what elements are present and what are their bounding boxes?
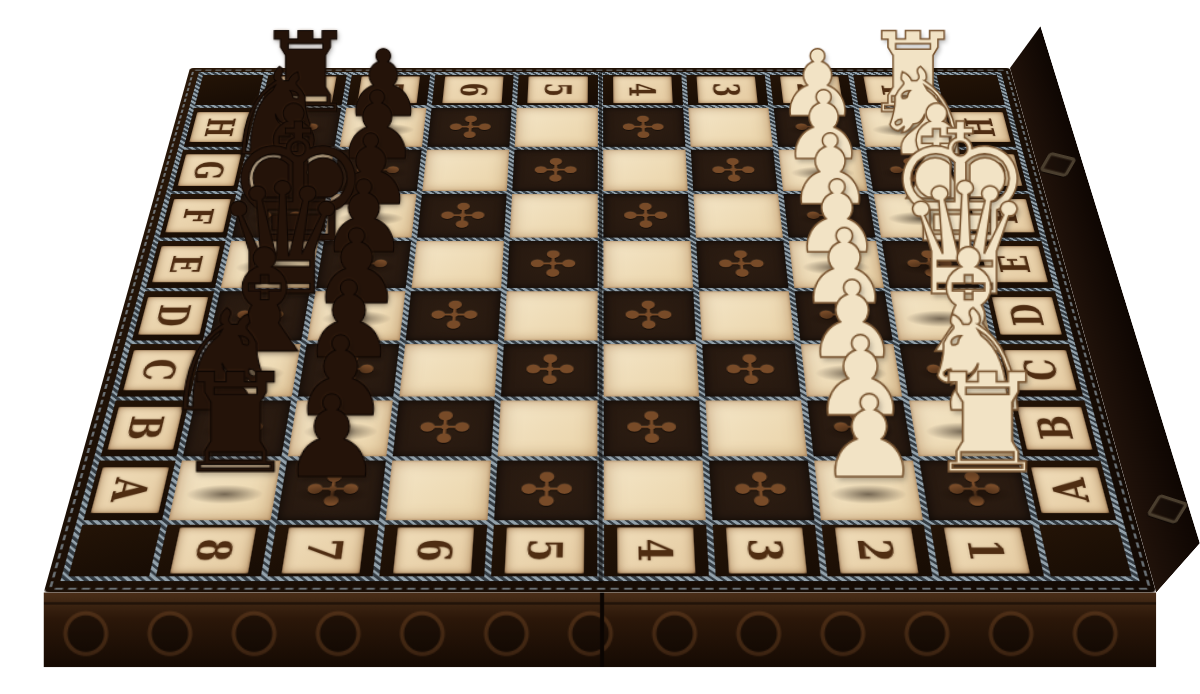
square-b5[interactable] <box>498 400 597 456</box>
square-d5[interactable] <box>504 291 597 340</box>
label-rank-3-bottom: 3 <box>712 525 820 577</box>
square-h4[interactable]: ✣ <box>603 108 685 147</box>
square-e6[interactable] <box>412 241 504 287</box>
label-cell: 1 <box>944 527 1030 573</box>
label-cell: 4 <box>613 76 673 103</box>
square-g3[interactable]: ✣ <box>690 150 777 191</box>
square-b6[interactable]: ✣ <box>393 400 495 456</box>
label-cell: 6 <box>443 76 504 103</box>
white-rook-a1[interactable]: ♜ <box>925 361 1026 498</box>
label-cell: 3 <box>696 76 757 103</box>
square-c5[interactable]: ✣ <box>501 344 597 396</box>
square-ornament-icon: ✣ <box>427 108 512 147</box>
label-rank-8-bottom: 8 <box>156 525 270 577</box>
square-f4[interactable]: ✣ <box>603 194 690 238</box>
white-pawn-a2[interactable]: ♟ <box>818 384 919 498</box>
label-rank-5-top: 5 <box>517 75 597 105</box>
label-rank-6-bottom: 6 <box>380 525 488 577</box>
label-rank-6-top: 6 <box>432 75 514 105</box>
label-cell: 3 <box>725 527 806 573</box>
square-g6[interactable] <box>423 150 510 191</box>
square-e3[interactable]: ✣ <box>696 241 788 287</box>
square-ornament-icon: ✣ <box>690 150 777 191</box>
square-a6[interactable] <box>386 460 492 520</box>
square-c6[interactable] <box>400 344 499 396</box>
square-d6[interactable]: ✣ <box>406 291 501 340</box>
label-rank-1-bottom: 1 <box>930 525 1044 577</box>
label-rank-5-bottom: 5 <box>492 525 597 577</box>
label-rank-3-top: 3 <box>686 75 768 105</box>
chess-board-scene: 87654321H✣✣✣✣HG✣✣✣✣GF✣✣✣✣FE✣✣✣✣ED✣✣✣✣DC✣… <box>0 0 1200 694</box>
label-cell: A <box>91 467 169 513</box>
square-ornament-icon: ✣ <box>603 194 690 238</box>
square-g5[interactable]: ✣ <box>513 150 598 191</box>
square-ornament-icon: ✣ <box>406 291 501 340</box>
square-h6[interactable]: ✣ <box>427 108 512 147</box>
square-h5[interactable] <box>515 108 597 147</box>
square-ornament-icon: ✣ <box>603 291 696 340</box>
square-e4[interactable] <box>603 241 693 287</box>
square-a4[interactable] <box>603 460 705 520</box>
square-ornament-icon: ✣ <box>696 241 788 287</box>
square-f3[interactable] <box>693 194 783 238</box>
label-cell: 5 <box>528 76 588 103</box>
label-cell: 4 <box>616 527 694 573</box>
square-ornament-icon: ✣ <box>708 460 814 520</box>
chess-board: 87654321H✣✣✣✣HG✣✣✣✣GF✣✣✣✣FE✣✣✣✣ED✣✣✣✣DC✣… <box>44 68 1156 593</box>
square-ornament-icon: ✣ <box>603 108 685 147</box>
label-rank-7-bottom: 7 <box>268 525 379 577</box>
square-b4[interactable]: ✣ <box>603 400 702 456</box>
label-cell: 2 <box>835 527 919 573</box>
black-rook-a8[interactable]: ♜ <box>174 361 275 498</box>
box-front-face <box>44 593 1156 668</box>
label-rank-4-bottom: 4 <box>603 525 708 577</box>
label-cell: 6 <box>393 527 474 573</box>
square-ornament-icon: ✣ <box>702 344 801 396</box>
box-hinge-seam <box>600 593 604 668</box>
square-ornament-icon: ✣ <box>501 344 597 396</box>
frame-corner <box>68 525 160 577</box>
label-rank-4-top: 4 <box>603 75 683 105</box>
square-ornament-icon: ✣ <box>507 241 597 287</box>
square-b3[interactable] <box>705 400 807 456</box>
square-c3[interactable]: ✣ <box>702 344 801 396</box>
label-cell: 8 <box>170 527 256 573</box>
square-e5[interactable]: ✣ <box>507 241 597 287</box>
fold-seam <box>598 71 602 583</box>
label-cell: 5 <box>505 527 583 573</box>
square-d4[interactable]: ✣ <box>603 291 696 340</box>
label-file-a-left: A <box>84 460 176 520</box>
square-ornament-icon: ✣ <box>417 194 507 238</box>
label-cell: 7 <box>282 527 366 573</box>
label-rank-2-bottom: 2 <box>821 525 932 577</box>
frame-corner <box>1039 525 1131 577</box>
product-photo: 87654321H✣✣✣✣HG✣✣✣✣GF✣✣✣✣FE✣✣✣✣ED✣✣✣✣DC✣… <box>0 0 1200 694</box>
square-h3[interactable] <box>688 108 773 147</box>
square-a3[interactable]: ✣ <box>708 460 814 520</box>
square-ornament-icon: ✣ <box>393 400 495 456</box>
square-ornament-icon: ✣ <box>603 400 702 456</box>
black-pawn-a7[interactable]: ♟ <box>281 384 382 498</box>
square-ornament-icon: ✣ <box>495 460 597 520</box>
square-g4[interactable] <box>603 150 688 191</box>
square-c4[interactable] <box>603 344 699 396</box>
square-f5[interactable] <box>510 194 597 238</box>
square-f6[interactable]: ✣ <box>417 194 507 238</box>
square-d3[interactable] <box>699 291 794 340</box>
square-a5[interactable]: ✣ <box>495 460 597 520</box>
square-ornament-icon: ✣ <box>513 150 598 191</box>
